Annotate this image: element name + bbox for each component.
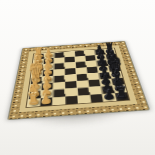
square-a2[interactable]: ♟ [39,97,52,106]
square-a4[interactable] [64,95,77,104]
piece-white-pawn[interactable]: ♟ [39,91,51,104]
square-a5[interactable] [77,94,90,103]
piece-black-rook[interactable]: ♜ [114,84,128,100]
square-a3[interactable] [52,96,65,105]
chess-photo-scene: ♜♟♟♜♞♟♟♞♝♟♟♝♚♟♟♚♛♟♟♛♝♟♟♝♞♟♟♞♜♟♟♜ [0,0,155,155]
square-a1[interactable]: ♜ [26,97,40,106]
square-d6[interactable] [86,72,98,79]
square-d5[interactable] [75,73,87,80]
square-a7[interactable]: ♟ [101,92,115,101]
square-e5[interactable] [75,67,87,74]
square-b5[interactable] [76,86,89,94]
piece-black-pawn[interactable]: ♟ [103,87,115,100]
square-e6[interactable] [86,66,98,73]
square-b3[interactable] [52,88,64,96]
board-margin: ♜♟♟♜♞♟♟♞♝♟♟♝♚♟♟♚♛♟♟♛♝♟♟♝♞♟♟♞♜♟♟♜ [18,45,136,112]
square-b4[interactable] [64,87,76,95]
square-e4[interactable] [64,67,75,74]
chess-board: ♜♟♟♜♞♟♟♞♝♟♟♝♚♟♟♚♛♟♟♛♝♟♟♝♞♟♟♞♜♟♟♜ [6,41,149,120]
square-a8[interactable]: ♜ [114,91,129,100]
square-b6[interactable] [88,86,101,94]
square-d4[interactable] [64,74,76,81]
perspective-tilt: ♜♟♟♜♞♟♟♞♝♟♟♝♚♟♟♚♛♟♟♛♝♟♟♝♞♟♟♞♜♟♟♜ [0,0,155,155]
square-a6[interactable] [89,93,103,102]
board-grid: ♜♟♟♜♞♟♟♞♝♟♟♝♚♟♟♚♛♟♟♛♝♟♟♝♞♟♟♞♜♟♟♜ [26,48,128,107]
square-d3[interactable] [52,74,64,81]
perspective-stage: ♜♟♟♜♞♟♟♞♝♟♟♝♚♟♟♚♛♟♟♛♝♟♟♝♞♟♟♞♜♟♟♜ [0,0,155,155]
piece-white-rook[interactable]: ♜ [25,90,39,106]
